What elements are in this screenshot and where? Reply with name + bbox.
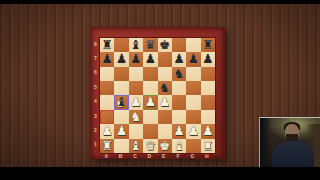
square-a5[interactable]: [100, 81, 114, 95]
rank-label-5: 5: [92, 80, 99, 94]
square-d1[interactable]: ♛: [143, 139, 157, 153]
square-h1[interactable]: ♜: [201, 139, 215, 153]
piece-bp-d7[interactable]: ♟: [145, 53, 156, 66]
piece-wr-a1[interactable]: ♜: [102, 140, 113, 153]
piece-bp-b7[interactable]: ♟: [116, 53, 127, 66]
piece-bp-h7[interactable]: ♟: [202, 53, 213, 66]
square-f4[interactable]: [172, 95, 186, 110]
piece-wp-g2[interactable]: ♟: [188, 125, 199, 138]
square-a6[interactable]: [100, 67, 114, 81]
square-b3[interactable]: [114, 110, 128, 124]
square-b4[interactable]: ♝♞: [114, 95, 128, 110]
piece-bp-c7[interactable]: ♟: [130, 53, 141, 66]
letterbox-bottom: [0, 167, 320, 180]
square-e2[interactable]: [158, 124, 172, 138]
square-e3[interactable]: [158, 110, 172, 124]
piece-wn-c3[interactable]: ♞: [130, 111, 141, 124]
square-h4[interactable]: [201, 95, 215, 110]
square-f7[interactable]: ♟: [172, 52, 186, 66]
square-b2[interactable]: ♟: [114, 124, 128, 138]
piece-wp-h2[interactable]: ♟: [202, 125, 213, 138]
square-d4[interactable]: ♟: [143, 95, 157, 110]
rank-labels: 87654321: [92, 37, 99, 152]
square-b5[interactable]: [114, 81, 128, 95]
square-h7[interactable]: ♟: [201, 52, 215, 66]
square-g7[interactable]: ♟: [186, 52, 200, 66]
square-e5[interactable]: ♞: [158, 81, 172, 95]
square-c4[interactable]: ♟: [129, 95, 143, 110]
square-h5[interactable]: [201, 81, 215, 95]
square-h8[interactable]: ♜: [201, 38, 215, 52]
piece-wp-b2[interactable]: ♟: [116, 125, 127, 138]
piece-wp-e4[interactable]: ♟: [159, 96, 170, 109]
square-b1[interactable]: [114, 139, 128, 153]
piece-wp-d4[interactable]: ♟: [145, 96, 156, 109]
square-d2[interactable]: [143, 124, 157, 138]
rank-label-8: 8: [92, 37, 99, 51]
square-a1[interactable]: ♜: [100, 139, 114, 153]
piece-br-a8[interactable]: ♜: [102, 39, 113, 52]
square-d5[interactable]: [143, 81, 157, 95]
square-c2[interactable]: [129, 124, 143, 138]
square-g8[interactable]: [186, 38, 200, 52]
square-f3[interactable]: [172, 110, 186, 124]
square-g5[interactable]: [186, 81, 200, 95]
square-f1[interactable]: ♝: [172, 139, 186, 153]
square-f8[interactable]: [172, 38, 186, 52]
square-h2[interactable]: ♟: [201, 124, 215, 138]
webcam-shadow: [260, 118, 272, 171]
piece-bk-e8[interactable]: ♚: [159, 39, 170, 52]
square-b8[interactable]: [114, 38, 128, 52]
rank-label-4: 4: [92, 95, 99, 109]
square-e7[interactable]: [158, 52, 172, 66]
piece-br-h8[interactable]: ♜: [202, 39, 213, 52]
square-b6[interactable]: [114, 67, 128, 81]
square-g3[interactable]: [186, 110, 200, 124]
piece-bb-c8[interactable]: ♝: [130, 39, 141, 52]
square-a2[interactable]: ♟: [100, 124, 114, 138]
square-d3[interactable]: [143, 110, 157, 124]
piece-wb-f1[interactable]: ♝: [173, 140, 184, 153]
square-g2[interactable]: ♟: [186, 124, 200, 138]
square-c8[interactable]: ♝: [129, 38, 143, 52]
square-f2[interactable]: ♟: [172, 124, 186, 138]
square-f5[interactable]: [172, 81, 186, 95]
board-squares: ♜♝♛♚♜♟♟♟♟♟♟♟♞♞♝♞♟♟♟♞♟♟♟♟♟♜♝♛♚♝♜: [99, 37, 216, 154]
piece-wk-e1[interactable]: ♚: [159, 140, 170, 153]
piece-wp-a2[interactable]: ♟: [102, 125, 113, 138]
rank-label-3: 3: [92, 109, 99, 123]
rank-label-1: 1: [92, 138, 99, 152]
square-c1[interactable]: ♝: [129, 139, 143, 153]
wood-background: 87654321 ABCDEFGH ♜♝♛♚♜♟♟♟♟♟♟♟♞♞♝♞♟♟♟♞♟♟…: [0, 4, 320, 167]
piece-bq-d8[interactable]: ♛: [145, 39, 156, 52]
square-a4[interactable]: [100, 95, 114, 110]
square-b7[interactable]: ♟: [114, 52, 128, 66]
square-e1[interactable]: ♚: [158, 139, 172, 153]
piece-wq-d1[interactable]: ♛: [145, 140, 156, 153]
webcam-overlay: [259, 117, 320, 171]
square-h6[interactable]: [201, 67, 215, 81]
square-d7[interactable]: ♟: [143, 52, 157, 66]
piece-bn-e5[interactable]: ♞: [159, 82, 170, 95]
square-h3[interactable]: [201, 110, 215, 124]
piece-bn-f6[interactable]: ♞: [173, 68, 184, 81]
piece-wn-b4[interactable]: ♞: [115, 99, 124, 109]
square-g1[interactable]: [186, 139, 200, 153]
square-c6[interactable]: [129, 67, 143, 81]
square-d6[interactable]: [143, 67, 157, 81]
piece-wr-h1[interactable]: ♜: [202, 140, 213, 153]
rank-label-2: 2: [92, 123, 99, 137]
piece-wp-c4[interactable]: ♟: [130, 96, 141, 109]
square-d8[interactable]: ♛: [143, 38, 157, 52]
square-c3[interactable]: ♞: [129, 110, 143, 124]
piece-wb-c1[interactable]: ♝: [130, 140, 141, 153]
piece-bp-f7[interactable]: ♟: [173, 53, 184, 66]
chess-board: 87654321 ABCDEFGH ♜♝♛♚♜♟♟♟♟♟♟♟♞♞♝♞♟♟♟♞♟♟…: [90, 27, 225, 159]
square-e4[interactable]: ♟: [158, 95, 172, 110]
piece-bb-b4[interactable]: ♝: [116, 96, 127, 109]
square-c7[interactable]: ♟: [129, 52, 143, 66]
square-e6[interactable]: [158, 67, 172, 81]
rank-label-6: 6: [92, 66, 99, 80]
square-f6[interactable]: ♞: [172, 67, 186, 81]
square-g4[interactable]: [186, 95, 200, 110]
square-e8[interactable]: ♚: [158, 38, 172, 52]
square-a7[interactable]: ♟: [100, 52, 114, 66]
piece-wp-f2[interactable]: ♟: [173, 125, 184, 138]
piece-bp-g7[interactable]: ♟: [188, 53, 199, 66]
rank-label-7: 7: [92, 51, 99, 65]
square-a8[interactable]: ♜: [100, 38, 114, 52]
piece-bp-a7[interactable]: ♟: [102, 53, 113, 66]
square-c5[interactable]: [129, 81, 143, 95]
square-g6[interactable]: [186, 67, 200, 81]
square-a3[interactable]: [100, 110, 114, 124]
